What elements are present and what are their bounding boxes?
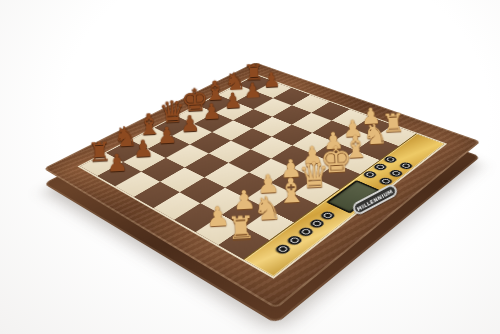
panel-spacer xyxy=(332,208,338,213)
panel-spacer xyxy=(368,181,374,185)
panel-button-lower-3[interactable] xyxy=(297,226,315,237)
panel-button-lower-1[interactable] xyxy=(319,210,337,221)
panel-button-lower-4[interactable] xyxy=(286,235,304,247)
chess-board: ♜♟♟♜♞♟♟♞♝♟♟♝♚♟♟♚♛♟♟♛♝♟♟♝♞♟♟♞♜♟♟♜ xyxy=(43,62,481,309)
panel-button-upper-3[interactable] xyxy=(372,162,388,171)
panel-button-upper-1[interactable] xyxy=(382,155,398,163)
panel-button-lower-5[interactable] xyxy=(274,243,293,255)
white-rook-a1[interactable]: ♜ xyxy=(225,212,260,245)
panel-button-upper-5[interactable] xyxy=(362,170,378,179)
square-a1[interactable]: ♜ xyxy=(219,227,269,259)
panel-button-upper-2[interactable] xyxy=(398,161,414,170)
playing-surface: ♜♟♟♜♞♟♟♞♝♟♟♝♚♟♟♚♛♟♟♛♝♟♟♝♞♟♟♞♜♟♟♜ xyxy=(77,74,447,279)
black-pawn-b7[interactable]: ♟ xyxy=(128,137,157,161)
panel-button-lower-2[interactable] xyxy=(308,218,326,229)
panel-spacer xyxy=(402,139,431,161)
product-photo-chess-computer: ♜♟♟♜♞♟♟♞♝♟♟♝♚♟♟♚♛♟♟♛♝♟♟♝♞♟♟♞♜♟♟♜ MILLENN… xyxy=(0,0,500,334)
black-pawn-a7[interactable]: ♟ xyxy=(103,150,133,175)
black-pawn-c7[interactable]: ♟ xyxy=(153,124,181,148)
panel-button-upper-4[interactable] xyxy=(388,169,404,178)
